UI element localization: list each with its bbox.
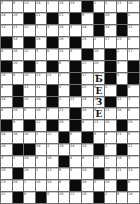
cell-r1c3[interactable]: 13 <box>24 1 35 12</box>
cell-number: 25 <box>59 1 63 4</box>
cell-r17c7[interactable]: 22 <box>70 192 81 203</box>
cell-r3c1[interactable]: 13 <box>1 25 12 36</box>
cell-r3c6[interactable]: 26 <box>59 25 70 36</box>
cell-number: 18 <box>117 156 121 159</box>
cell-r5c9[interactable]: 16 <box>94 49 105 60</box>
black-cell <box>24 13 35 24</box>
cell-number: 6 <box>128 108 130 111</box>
cell-r15c10[interactable]: 18 <box>105 168 116 179</box>
cell-number: 26 <box>105 180 109 183</box>
cell-r5c3[interactable]: 22 <box>24 49 35 60</box>
cell-number: 26 <box>24 168 28 171</box>
cell-r7c2[interactable]: 6 <box>13 73 24 84</box>
cell-number: 26 <box>13 180 17 183</box>
black-cell <box>105 61 116 72</box>
cell-number: 22 <box>47 132 51 135</box>
cell-r5c7[interactable]: 6 <box>70 49 81 60</box>
cell-number: 14 <box>82 144 86 147</box>
cell-r2c8[interactable]: 8 <box>82 13 93 24</box>
cell-r17c3[interactable]: 6 <box>24 192 35 203</box>
cell-r13c6[interactable]: 18 <box>59 144 70 155</box>
cell-number: 22 <box>82 85 86 88</box>
cell-number: 14 <box>36 37 40 40</box>
cell-r4c4[interactable]: 14 <box>36 37 47 48</box>
cell-r2c12[interactable]: 2 <box>128 13 139 24</box>
cell-r9c4[interactable]: 20 <box>36 97 47 108</box>
cell-number: 17 <box>105 37 109 40</box>
cell-number: 2 <box>94 37 96 40</box>
cell-number: 6 <box>24 108 26 111</box>
cell-number: 20 <box>13 61 17 64</box>
cell-r12c3[interactable]: 16 <box>24 132 35 143</box>
cell-r11c2[interactable]: 6 <box>13 120 24 131</box>
cell-r2c6[interactable]: 21 <box>59 13 70 24</box>
cell-r15c12[interactable]: 13 <box>128 168 139 179</box>
cell-r16c10[interactable]: 26 <box>105 180 116 191</box>
cell-number: 13 <box>24 1 28 4</box>
black-cell <box>47 37 58 48</box>
black-cell <box>13 97 24 108</box>
cell-r13c5[interactable]: 3 <box>47 144 58 155</box>
cell-r9c3[interactable]: 25 <box>24 97 35 108</box>
cell-r17c11[interactable]: 6 <box>117 192 128 203</box>
cell-r8c8[interactable]: 22 <box>82 85 93 96</box>
black-cell <box>70 13 81 24</box>
cell-r13c12[interactable]: 21 <box>128 144 139 155</box>
cell-number: 2 <box>59 85 61 88</box>
cell-r14c7[interactable]: 4 <box>70 156 81 167</box>
cell-number: 16 <box>105 120 109 123</box>
cell-number: 6 <box>1 85 3 88</box>
cell-r13c1[interactable]: 26 <box>1 144 12 155</box>
cell-r10c6[interactable]: 21 <box>59 108 70 119</box>
cell-number: 23 <box>117 37 121 40</box>
prefilled-letter: Е <box>94 85 105 96</box>
cell-r7c3[interactable]: 20 <box>24 73 35 84</box>
cell-number: 11 <box>117 1 121 4</box>
cell-r2c2[interactable]: 26 <box>13 13 24 24</box>
cell-number: 2 <box>1 1 3 4</box>
cell-r5c5[interactable]: 6 <box>47 49 58 60</box>
cell-r12c9[interactable]: 6 <box>94 132 105 143</box>
cell-r9c8[interactable]: 26 <box>82 97 93 108</box>
cell-number: 8 <box>82 13 84 16</box>
cell-number: 26 <box>13 108 17 111</box>
cell-r10c10[interactable]: 21 <box>105 108 116 119</box>
cell-r2c4[interactable]: 11 <box>36 13 47 24</box>
black-cell <box>94 144 105 155</box>
cell-r10c1[interactable]: 6 <box>1 108 12 119</box>
cell-number: 21 <box>128 25 132 28</box>
cell-r14c3[interactable]: 19 <box>24 156 35 167</box>
cell-r8c3[interactable]: 21 <box>24 85 35 96</box>
black-cell <box>59 156 70 167</box>
cell-r15c11[interactable]: 21 <box>117 168 128 179</box>
cell-number: 8 <box>13 1 15 4</box>
cell-r8c10[interactable]: 1 <box>105 85 116 96</box>
cell-r9c12[interactable]: 3 <box>128 97 139 108</box>
cell-r3c4[interactable]: 1 <box>36 25 47 36</box>
cell-r9c7[interactable]: 21 <box>70 97 81 108</box>
cell-number: 6 <box>94 132 96 135</box>
cell-r8c6[interactable]: 2 <box>59 85 70 96</box>
cell-number: 6 <box>117 192 119 195</box>
cell-r4c11[interactable]: 23 <box>117 37 128 48</box>
cell-number: 6 <box>82 120 84 123</box>
cell-r4c12[interactable]: 6 <box>128 37 139 48</box>
cell-r16c4[interactable]: 26 <box>36 180 47 191</box>
cell-r10c2[interactable]: 26 <box>13 108 24 119</box>
cell-number: 4 <box>1 49 3 52</box>
cell-r9c6[interactable]: 2 <box>59 97 70 108</box>
cell-number: 6 <box>13 73 15 76</box>
cell-r1c7[interactable]: 19 <box>70 1 81 12</box>
cell-number: 24 <box>82 168 86 171</box>
cell-r16c12[interactable]: 6 <box>128 180 139 191</box>
cell-r16c2[interactable]: 26 <box>13 180 24 191</box>
cell-r15c7[interactable]: 5 <box>70 168 81 179</box>
cell-r15c5[interactable]: 13 <box>47 168 58 179</box>
cell-number: 22 <box>1 192 5 195</box>
cell-r11c4[interactable]: 22 <box>36 120 47 131</box>
cell-number: 3 <box>94 180 96 183</box>
cell-r11c10[interactable]: 16 <box>105 120 116 131</box>
cell-number: 2 <box>94 1 96 4</box>
cell-number: 1 <box>47 1 49 4</box>
black-cell <box>82 49 93 60</box>
cell-r14c1[interactable]: 3 <box>1 156 12 167</box>
cell-number: 6 <box>70 132 72 135</box>
cell-number: 16 <box>36 144 40 147</box>
cell-r10c4[interactable]: 26 <box>36 108 47 119</box>
cell-r9c11[interactable]: 11 <box>117 97 128 108</box>
cell-r11c9[interactable]: 21 <box>94 120 105 131</box>
cell-r6c4[interactable]: 1 <box>36 61 47 72</box>
cell-number: 2 <box>59 97 61 100</box>
cell-r5c4[interactable]: 3 <box>36 49 47 60</box>
cell-r7c4[interactable]: 13 <box>36 73 47 84</box>
prefilled-letter: Е <box>94 108 105 119</box>
black-cell <box>13 168 24 179</box>
black-cell <box>105 97 116 108</box>
black-cell <box>82 1 93 12</box>
black-cell <box>1 37 12 48</box>
cell-r14c11[interactable]: 18 <box>117 156 128 167</box>
cell-r17c12[interactable]: 24 <box>128 192 139 203</box>
cell-number: 3 <box>128 156 130 159</box>
black-cell <box>13 192 24 203</box>
cell-r7c11[interactable]: 5 <box>117 73 128 84</box>
black-cell <box>47 120 58 131</box>
cell-r16c5[interactable]: 14 <box>47 180 58 191</box>
black-cell <box>70 108 81 119</box>
cell-number: 26 <box>82 192 86 195</box>
cell-r7c5[interactable]: 21 <box>47 73 58 84</box>
cell-r14c4[interactable]: 8 <box>36 156 47 167</box>
cell-number: 25 <box>24 97 28 100</box>
cell-r7c1[interactable]: 25 <box>1 73 12 84</box>
black-cell <box>105 73 116 84</box>
cell-r17c5[interactable]: 8 <box>47 192 58 203</box>
cell-number: 16 <box>117 108 121 111</box>
cell-number: 18 <box>105 168 109 171</box>
cell-number: 26 <box>36 180 40 183</box>
cell-number: 1 <box>24 180 26 183</box>
black-cell <box>70 61 81 72</box>
cell-r1c12[interactable]: 20 <box>128 1 139 12</box>
cell-r5c6[interactable]: 15 <box>59 49 70 60</box>
black-cell <box>117 144 128 155</box>
cell-r6c6[interactable]: 6 <box>59 61 70 72</box>
black-cell <box>36 192 47 203</box>
cell-r17c8[interactable]: 26 <box>82 192 93 203</box>
black-cell <box>24 144 35 155</box>
cell-r11c6[interactable]: 26 <box>59 120 70 131</box>
cell-r4c10[interactable]: 17 <box>105 37 116 48</box>
black-cell <box>82 132 93 143</box>
cell-r1c11[interactable]: 11 <box>117 1 128 12</box>
cell-number: 20 <box>24 73 28 76</box>
cell-number: 21 <box>117 132 121 135</box>
cell-number: 16 <box>1 132 5 135</box>
cell-r3c8[interactable]: 24 <box>82 25 93 36</box>
cell-number: 24 <box>1 13 5 16</box>
cell-r16c3[interactable]: 1 <box>24 180 35 191</box>
cell-r14c10[interactable]: 22 <box>105 156 116 167</box>
cell-r3c5[interactable]: 3 <box>47 25 58 36</box>
cell-number: 15 <box>59 49 63 52</box>
cell-number: 14 <box>13 37 17 40</box>
cell-number: 6 <box>59 168 61 171</box>
cell-r1c1[interactable]: 2 <box>1 1 12 12</box>
black-cell <box>47 85 58 96</box>
cell-number: 21 <box>117 168 121 171</box>
cell-number: 26 <box>59 120 63 123</box>
cell-number: 1 <box>13 156 15 159</box>
cell-number: 5 <box>128 132 130 135</box>
cell-r8c12[interactable]: 6 <box>128 85 139 96</box>
cell-r10c11[interactable]: 16 <box>117 108 128 119</box>
cell-number: 12 <box>24 25 28 28</box>
cell-r12c5[interactable]: 22 <box>47 132 58 143</box>
cell-number: 1 <box>105 1 107 4</box>
cell-number: 3 <box>36 49 38 52</box>
cell-r3c2[interactable]: 21 <box>13 25 24 36</box>
cell-r12c7[interactable]: 6 <box>70 132 81 143</box>
black-cell <box>94 13 105 24</box>
black-cell <box>117 85 128 96</box>
cell-number: 1 <box>105 85 107 88</box>
cell-r16c6[interactable]: 6 <box>59 180 70 191</box>
cell-number: 13 <box>128 168 132 171</box>
cell-r14c8[interactable]: 8 <box>82 156 93 167</box>
cell-r4c2[interactable]: 14 <box>13 37 24 48</box>
cell-r14c2[interactable]: 1 <box>13 156 24 167</box>
cell-number: 20 <box>36 97 40 100</box>
cell-number: 22 <box>36 120 40 123</box>
cell-r13c7[interactable]: 14 <box>70 144 81 155</box>
cell-r14c12[interactable]: 3 <box>128 156 139 167</box>
cell-r1c9[interactable]: 2 <box>94 1 105 12</box>
cell-number: 21 <box>94 120 98 123</box>
cell-number: 22 <box>70 192 74 195</box>
cell-number: 6 <box>59 180 61 183</box>
cell-number: 16 <box>94 49 98 52</box>
cell-r1c10[interactable]: 1 <box>105 1 116 12</box>
black-cell <box>70 180 81 191</box>
cell-r10c3[interactable]: 6 <box>24 108 35 119</box>
cell-number: 4 <box>70 156 72 159</box>
cell-number: 18 <box>47 156 51 159</box>
cell-number: 26 <box>13 13 17 16</box>
cell-r11c12[interactable]: 25 <box>128 120 139 131</box>
prefilled-letter: Б <box>94 73 105 84</box>
cell-number: 1 <box>36 61 38 64</box>
cell-r17c1[interactable]: 22 <box>1 192 12 203</box>
cell-number: 25 <box>82 37 86 40</box>
cell-r15c8[interactable]: 24 <box>82 168 93 179</box>
cell-number: 16 <box>24 132 28 135</box>
cell-number: 2 <box>105 192 107 195</box>
cell-r8c1[interactable]: 6 <box>1 85 12 96</box>
cell-r13c10[interactable]: 1 <box>105 144 116 155</box>
cell-r3c3[interactable]: 12 <box>24 25 35 36</box>
cell-number: 2 <box>59 73 61 76</box>
cell-r17c10[interactable]: 2 <box>105 192 116 203</box>
black-cell <box>24 37 35 48</box>
cell-r5c2[interactable]: 26 <box>13 49 24 60</box>
cell-r5c11[interactable]: 2 <box>117 49 128 60</box>
cell-number: 11 <box>36 13 40 16</box>
cell-r15c1[interactable]: 18 <box>1 168 12 179</box>
cell-number: 8 <box>36 156 38 159</box>
black-cell <box>70 73 81 84</box>
cell-r15c3[interactable]: 26 <box>24 168 35 179</box>
cell-number: 1 <box>36 168 38 171</box>
cell-r7c6[interactable]: 2 <box>59 73 70 84</box>
cell-r5c12[interactable]: 17 <box>128 49 139 60</box>
black-cell <box>128 61 139 72</box>
cell-number: 14 <box>47 180 51 183</box>
cell-r5c1[interactable]: 4 <box>1 49 12 60</box>
cell-r12c1[interactable]: 16 <box>1 132 12 143</box>
cell-r8c9[interactable]: 8Е <box>94 85 105 96</box>
cell-r7c9[interactable]: 16Б <box>94 73 105 84</box>
cell-r6c9[interactable]: 26 <box>94 61 105 72</box>
cell-r9c1[interactable]: 14 <box>1 97 12 108</box>
cell-number: 26 <box>59 37 63 40</box>
cell-number: 5 <box>117 73 119 76</box>
cell-r15c4[interactable]: 1 <box>36 168 47 179</box>
cell-number: 8 <box>105 132 107 135</box>
cell-r10c12[interactable]: 6 <box>128 108 139 119</box>
black-cell <box>59 132 70 143</box>
cell-number: 6 <box>59 61 61 64</box>
cell-r4c9[interactable]: 2 <box>94 37 105 48</box>
black-cell <box>105 49 116 60</box>
cell-r7c8[interactable]: 17 <box>82 73 93 84</box>
cell-number: 3 <box>47 25 49 28</box>
cell-r14c9[interactable]: 23 <box>94 156 105 167</box>
cell-number: 22 <box>105 156 109 159</box>
cell-number: 22 <box>24 49 28 52</box>
cell-number: 16 <box>82 180 86 183</box>
cell-number: 6 <box>128 180 130 183</box>
cell-number: 21 <box>128 144 132 147</box>
cell-r4c8[interactable]: 25 <box>82 37 93 48</box>
cell-r13c4[interactable]: 16 <box>36 144 47 155</box>
cell-r3c7[interactable]: 5 <box>70 25 81 36</box>
black-cell <box>24 61 35 72</box>
cell-number: 2 <box>117 49 119 52</box>
codeword-grid: 2813141251921112024261121820213211213265… <box>0 0 140 204</box>
cell-r16c1[interactable]: 23 <box>1 180 12 191</box>
cell-r3c10[interactable]: 18 <box>105 25 116 36</box>
cell-r12c11[interactable]: 21 <box>117 132 128 143</box>
cell-number: 26 <box>13 132 17 135</box>
cell-number: 1 <box>36 25 38 28</box>
cell-number: 19 <box>24 156 28 159</box>
cell-r8c4[interactable]: 11 <box>36 85 47 96</box>
cell-r1c2[interactable]: 8 <box>13 1 24 12</box>
cell-r9c9[interactable]: 11З <box>94 97 105 108</box>
cell-number: 20 <box>105 13 109 16</box>
cell-r12c12[interactable]: 5 <box>128 132 139 143</box>
cell-number: 22 <box>82 61 86 64</box>
cell-r13c8[interactable]: 14 <box>82 144 93 155</box>
cell-r1c6[interactable]: 25 <box>59 1 70 12</box>
black-cell <box>94 25 105 36</box>
cell-number: 21 <box>59 108 63 111</box>
cell-r16c8[interactable]: 16 <box>82 180 93 191</box>
cell-r1c4[interactable]: 14 <box>36 1 47 12</box>
black-cell <box>70 37 81 48</box>
cell-number: 26 <box>94 61 98 64</box>
cell-r6c2[interactable]: 20 <box>13 61 24 72</box>
cell-r16c9[interactable]: 3 <box>94 180 105 191</box>
cell-r2c1[interactable]: 24 <box>1 13 12 24</box>
prefilled-letter: З <box>94 97 105 108</box>
cell-r3c12[interactable]: 21 <box>128 25 139 36</box>
cell-number: 24 <box>128 192 132 195</box>
cell-r12c4[interactable]: 1 <box>36 132 47 143</box>
cell-r10c8[interactable]: 16 <box>82 108 93 119</box>
cell-r6c11[interactable]: 3 <box>117 61 128 72</box>
cell-number: 14 <box>36 1 40 4</box>
cell-r11c8[interactable]: 6 <box>82 120 93 131</box>
cell-r15c6[interactable]: 6 <box>59 168 70 179</box>
black-cell <box>24 120 35 131</box>
cell-r10c9[interactable]: 8Е <box>94 108 105 119</box>
cell-r12c2[interactable]: 26 <box>13 132 24 143</box>
cell-r2c10[interactable]: 20 <box>105 13 116 24</box>
cell-r14c5[interactable]: 18 <box>47 156 58 167</box>
cell-r1c5[interactable]: 1 <box>47 1 58 12</box>
cell-number: 6 <box>47 49 49 52</box>
cell-r6c8[interactable]: 22 <box>82 61 93 72</box>
cell-r4c6[interactable]: 26 <box>59 37 70 48</box>
cell-r17c6[interactable]: 26 <box>59 192 70 203</box>
black-cell <box>70 120 81 131</box>
cell-number: 8 <box>82 156 84 159</box>
black-cell <box>47 13 58 24</box>
cell-r10c5[interactable]: 6 <box>47 108 58 119</box>
cell-number: 26 <box>13 49 17 52</box>
cell-r12c10[interactable]: 8 <box>105 132 116 143</box>
black-cell <box>117 180 128 191</box>
cell-number: 21 <box>59 13 63 16</box>
cell-number: 13 <box>36 73 40 76</box>
